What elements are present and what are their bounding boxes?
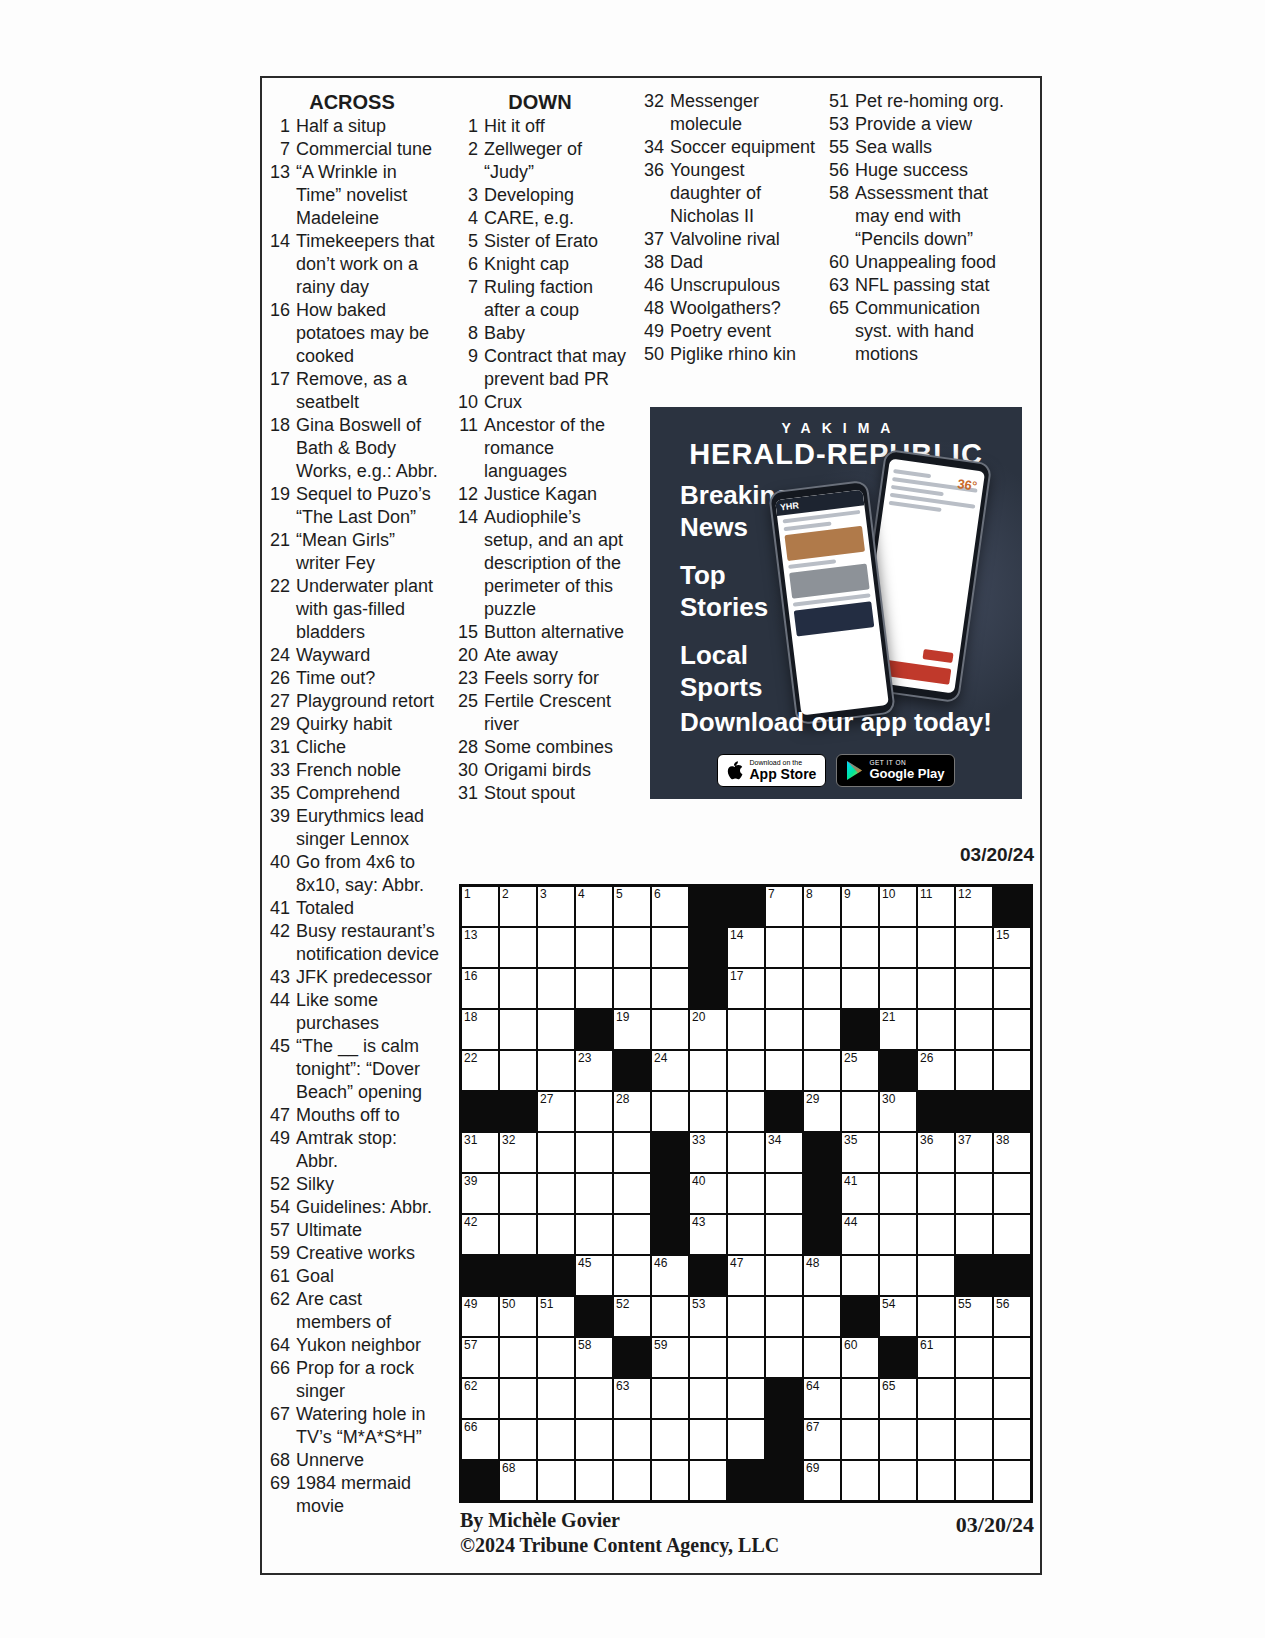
grid-cell-r15c2[interactable]: 68 xyxy=(500,1461,536,1500)
cell-number: 4 xyxy=(578,887,585,901)
cell-number: 69 xyxy=(806,1461,819,1475)
clue-across-31: 31Cliche xyxy=(264,736,440,759)
grid-cell-r6c4[interactable] xyxy=(576,1092,612,1131)
down-clues-column-1: DOWN 1Hit it off2Zellweger of “Judy”3Dev… xyxy=(452,90,628,805)
grid-cell-r11c10[interactable] xyxy=(804,1297,840,1336)
grid-cell-r8c4[interactable] xyxy=(576,1174,612,1213)
grid-cell-r11c8[interactable] xyxy=(728,1297,764,1336)
grid-cell-r5c14[interactable] xyxy=(956,1051,992,1090)
grid-cell-r5c10[interactable] xyxy=(804,1051,840,1090)
grid-cell-r11c11 xyxy=(842,1297,878,1336)
grid-cell-r2c5[interactable] xyxy=(614,928,650,967)
cell-number: 23 xyxy=(578,1051,591,1065)
grid-cell-r9c13[interactable] xyxy=(918,1215,954,1254)
grid-cell-r11c12[interactable]: 54 xyxy=(880,1297,916,1336)
grid-cell-r9c3[interactable] xyxy=(538,1215,574,1254)
clue-number: 1 xyxy=(452,115,478,138)
grid-cell-r12c3[interactable] xyxy=(538,1338,574,1377)
grid-cell-r2c11[interactable] xyxy=(842,928,878,967)
cell-number: 31 xyxy=(464,1133,477,1147)
clue-number: 24 xyxy=(264,644,290,667)
grid-cell-r13c3[interactable] xyxy=(538,1379,574,1418)
clue-across-41: 41Totaled xyxy=(264,897,440,920)
cell-number: 1 xyxy=(464,887,471,901)
grid-cell-r9c1[interactable]: 42 xyxy=(462,1215,498,1254)
grid-cell-r7c9[interactable]: 34 xyxy=(766,1133,802,1172)
cell-number: 27 xyxy=(540,1092,553,1106)
grid-cell-r5c3[interactable] xyxy=(538,1051,574,1090)
clue-number: 16 xyxy=(264,299,290,322)
cell-number: 68 xyxy=(502,1461,515,1475)
cell-number: 29 xyxy=(806,1092,819,1106)
grid-cell-r12c1[interactable]: 57 xyxy=(462,1338,498,1377)
clue-number: 51 xyxy=(823,90,849,113)
grid-cell-r4c12[interactable]: 21 xyxy=(880,1010,916,1049)
grid-cell-r10c10[interactable]: 48 xyxy=(804,1256,840,1295)
grid-cell-r4c8[interactable] xyxy=(728,1010,764,1049)
grid-cell-r2c7 xyxy=(690,928,726,967)
clue-number: 29 xyxy=(264,713,290,736)
grid-cell-r15c6[interactable] xyxy=(652,1461,688,1500)
grid-cell-r15c14[interactable] xyxy=(956,1461,992,1500)
grid-cell-r14c4[interactable] xyxy=(576,1420,612,1459)
clue-across-35: 35Comprehend xyxy=(264,782,440,805)
grid-cell-r10c6[interactable]: 46 xyxy=(652,1256,688,1295)
grid-cell-r11c4 xyxy=(576,1297,612,1336)
google-play-label: Google Play xyxy=(869,767,944,781)
clue-down-37: 37Valvoline rival xyxy=(638,228,818,251)
cell-number: 15 xyxy=(996,928,1009,942)
grid-cell-r11c3[interactable]: 51 xyxy=(538,1297,574,1336)
clue-across-39: 39Eurythmics lead singer Lennox xyxy=(264,805,440,851)
grid-cell-r6c7[interactable] xyxy=(690,1092,726,1131)
grid-cell-r14c7[interactable] xyxy=(690,1420,726,1459)
grid-cell-r6c6[interactable] xyxy=(652,1092,688,1131)
grid-cell-r10c8[interactable]: 47 xyxy=(728,1256,764,1295)
grid-cell-r8c1[interactable]: 39 xyxy=(462,1174,498,1213)
grid-cell-r13c12[interactable]: 65 xyxy=(880,1379,916,1418)
grid-cell-r14c13[interactable] xyxy=(918,1420,954,1459)
clue-across-7: 7Commercial tune xyxy=(264,138,440,161)
grid-cell-r2c14[interactable] xyxy=(956,928,992,967)
cell-number: 44 xyxy=(844,1215,857,1229)
grid-cell-r3c11[interactable] xyxy=(842,969,878,1008)
grid-cell-r1c2[interactable]: 2 xyxy=(500,887,536,926)
grid-cell-r14c3[interactable] xyxy=(538,1420,574,1459)
grid-cell-r15c15[interactable] xyxy=(994,1461,1030,1500)
clue-number: 25 xyxy=(452,690,478,713)
grid-cell-r7c2[interactable]: 32 xyxy=(500,1133,536,1172)
grid-cell-r11c6[interactable] xyxy=(652,1297,688,1336)
grid-cell-r12c4[interactable]: 58 xyxy=(576,1338,612,1377)
cell-number: 26 xyxy=(920,1051,933,1065)
grid-cell-r14c8[interactable] xyxy=(728,1420,764,1459)
grid-cell-r12c13[interactable]: 61 xyxy=(918,1338,954,1377)
clue-number: 68 xyxy=(264,1449,290,1472)
grid-cell-r5c15[interactable] xyxy=(994,1051,1030,1090)
grid-cell-r4c2[interactable] xyxy=(500,1010,536,1049)
grid-cell-r7c8[interactable] xyxy=(728,1133,764,1172)
grid-cell-r4c7[interactable]: 20 xyxy=(690,1010,726,1049)
grid-cell-r11c2[interactable]: 50 xyxy=(500,1297,536,1336)
grid-cell-r4c3[interactable] xyxy=(538,1010,574,1049)
grid-cell-r14c11[interactable] xyxy=(842,1420,878,1459)
grid-cell-r3c9[interactable] xyxy=(766,969,802,1008)
grid-cell-r8c6 xyxy=(652,1174,688,1213)
clue-number: 46 xyxy=(638,274,664,297)
grid-cell-r10c9[interactable] xyxy=(766,1256,802,1295)
grid-cell-r13c8[interactable] xyxy=(728,1379,764,1418)
grid-cell-r1c3[interactable]: 3 xyxy=(538,887,574,926)
cell-number: 64 xyxy=(806,1379,819,1393)
grid-cell-r4c6[interactable] xyxy=(652,1010,688,1049)
grid-cell-r4c14[interactable] xyxy=(956,1010,992,1049)
grid-cell-r5c7[interactable] xyxy=(690,1051,726,1090)
clue-across-17: 17Remove, as a seatbelt xyxy=(264,368,440,414)
grid-cell-r1c14[interactable]: 12 xyxy=(956,887,992,926)
app-store-badge[interactable]: Download on the App Store xyxy=(717,754,826,787)
grid-cell-r8c12[interactable] xyxy=(880,1174,916,1213)
grid-cell-r8c3[interactable] xyxy=(538,1174,574,1213)
clue-number: 63 xyxy=(823,274,849,297)
clue-number: 39 xyxy=(264,805,290,828)
grid-cell-r3c8[interactable]: 17 xyxy=(728,969,764,1008)
grid-cell-r7c15[interactable]: 38 xyxy=(994,1133,1030,1172)
grid-cell-r12c11[interactable]: 60 xyxy=(842,1338,878,1377)
grid-cell-r5c13[interactable]: 26 xyxy=(918,1051,954,1090)
grid-cell-r12c2[interactable] xyxy=(500,1338,536,1377)
grid-cell-r1c13[interactable]: 11 xyxy=(918,887,954,926)
grid-cell-r10c12[interactable] xyxy=(880,1256,916,1295)
grid-cell-r8c13[interactable] xyxy=(918,1174,954,1213)
clue-number: 45 xyxy=(264,1035,290,1058)
grid-cell-r7c4[interactable] xyxy=(576,1133,612,1172)
clue-across-1: 1Half a situp xyxy=(264,115,440,138)
grid-cell-r7c14[interactable]: 37 xyxy=(956,1133,992,1172)
cell-number: 28 xyxy=(616,1092,629,1106)
cell-number: 38 xyxy=(996,1133,1009,1147)
grid-cell-r10c2 xyxy=(500,1256,536,1295)
grid-cell-r1c10[interactable]: 8 xyxy=(804,887,840,926)
clue-down-38: 38Dad xyxy=(638,251,818,274)
across-clues-column: ACROSS 1Half a situp7Commercial tune13“A… xyxy=(264,90,440,1518)
clue-across-66: 66Prop for a rock singer xyxy=(264,1357,440,1403)
grid-cell-r12c15[interactable] xyxy=(994,1338,1030,1377)
grid-cell-r1c6[interactable]: 6 xyxy=(652,887,688,926)
clue-down-36: 36Youngest daughter of Nicholas II xyxy=(638,159,818,228)
cell-number: 22 xyxy=(464,1051,477,1065)
grid-cell-r12c14[interactable] xyxy=(956,1338,992,1377)
grid-cell-r13c11[interactable] xyxy=(842,1379,878,1418)
clue-across-40: 40Go from 4x6 to 8x10, say: Abbr. xyxy=(264,851,440,897)
grid-cell-r1c1[interactable]: 1 xyxy=(462,887,498,926)
grid-cell-r2c8[interactable]: 14 xyxy=(728,928,764,967)
grid-cell-r13c2[interactable] xyxy=(500,1379,536,1418)
grid-cell-r14c15[interactable] xyxy=(994,1420,1030,1459)
google-play-badge[interactable]: GET IT ON Google Play xyxy=(836,754,954,787)
grid-cell-r9c9[interactable] xyxy=(766,1215,802,1254)
grid-cell-r11c9[interactable] xyxy=(766,1297,802,1336)
grid-cell-r13c13[interactable] xyxy=(918,1379,954,1418)
grid-cell-r9c12[interactable] xyxy=(880,1215,916,1254)
cell-number: 57 xyxy=(464,1338,477,1352)
grid-cell-r1c12[interactable]: 10 xyxy=(880,887,916,926)
grid-cell-r8c14[interactable] xyxy=(956,1174,992,1213)
grid-cell-r6c12[interactable]: 30 xyxy=(880,1092,916,1131)
grid-cell-r6c10[interactable]: 29 xyxy=(804,1092,840,1131)
grid-cell-r2c9[interactable] xyxy=(766,928,802,967)
grid-cell-r5c8[interactable] xyxy=(728,1051,764,1090)
grid-cell-r1c15 xyxy=(994,887,1030,926)
grid-cell-r3c3[interactable] xyxy=(538,969,574,1008)
grid-cell-r8c2[interactable] xyxy=(500,1174,536,1213)
clue-number: 7 xyxy=(264,138,290,161)
cell-number: 6 xyxy=(654,887,661,901)
grid-cell-r6c14 xyxy=(956,1092,992,1131)
grid-cell-r6c11[interactable] xyxy=(842,1092,878,1131)
clue-across-29: 29Quirky habit xyxy=(264,713,440,736)
grid-cell-r4c10[interactable] xyxy=(804,1010,840,1049)
grid-cell-r12c7[interactable] xyxy=(690,1338,726,1377)
cell-number: 39 xyxy=(464,1174,477,1188)
clue-down-28: 28Some combines xyxy=(452,736,628,759)
clue-down-32: 32Messenger molecule xyxy=(638,90,818,136)
grid-cell-r5c4[interactable]: 23 xyxy=(576,1051,612,1090)
credits: By Michèle Govier ©2024 Tribune Content … xyxy=(460,1508,779,1558)
grid-cell-r6c5[interactable]: 28 xyxy=(614,1092,650,1131)
news-photo xyxy=(784,526,865,561)
cell-number: 16 xyxy=(464,969,477,983)
clue-down-46: 46Unscrupulous xyxy=(638,274,818,297)
clue-across-52: 52Silky xyxy=(264,1173,440,1196)
grid-cell-r15c4[interactable] xyxy=(576,1461,612,1500)
grid-cell-r8c9[interactable] xyxy=(766,1174,802,1213)
grid-cell-r13c14[interactable] xyxy=(956,1379,992,1418)
grid-cell-r11c15[interactable]: 56 xyxy=(994,1297,1030,1336)
cell-number: 65 xyxy=(882,1379,895,1393)
grid-cell-r13c4[interactable] xyxy=(576,1379,612,1418)
cell-number: 61 xyxy=(920,1338,933,1352)
grid-cell-r8c15[interactable] xyxy=(994,1174,1030,1213)
grid-cell-r2c3[interactable] xyxy=(538,928,574,967)
clue-down-10: 10Crux xyxy=(452,391,628,414)
grid-cell-r7c10 xyxy=(804,1133,840,1172)
grid-cell-r14c9 xyxy=(766,1420,802,1459)
clue-down-23: 23Feels sorry for xyxy=(452,667,628,690)
clue-number: 49 xyxy=(264,1127,290,1150)
grid-cell-r10c5[interactable] xyxy=(614,1256,650,1295)
clue-down-6: 6Knight cap xyxy=(452,253,628,276)
clue-number: 59 xyxy=(264,1242,290,1265)
grid-cell-r14c10[interactable]: 67 xyxy=(804,1420,840,1459)
grid-cell-r15c5[interactable] xyxy=(614,1461,650,1500)
down-clue-list-2: 32Messenger molecule34Soccer equipment36… xyxy=(638,90,818,366)
grid-cell-r1c11[interactable]: 9 xyxy=(842,887,878,926)
grid-cell-r14c5[interactable] xyxy=(614,1420,650,1459)
grid-cell-r15c7[interactable] xyxy=(690,1461,726,1500)
grid-cell-r14c2[interactable] xyxy=(500,1420,536,1459)
grid-cell-r2c15[interactable]: 15 xyxy=(994,928,1030,967)
grid-cell-r3c7 xyxy=(690,969,726,1008)
cell-number: 45 xyxy=(578,1256,591,1270)
cell-number: 66 xyxy=(464,1420,477,1434)
clue-number: 31 xyxy=(452,782,478,805)
grid-cell-r9c14[interactable] xyxy=(956,1215,992,1254)
grid-cell-r12c9[interactable] xyxy=(766,1338,802,1377)
clue-number: 19 xyxy=(264,483,290,506)
grid-cell-r13c10[interactable]: 64 xyxy=(804,1379,840,1418)
author-byline: By Michèle Govier xyxy=(460,1508,779,1533)
grid-cell-r15c13[interactable] xyxy=(918,1461,954,1500)
grid-cell-r4c15[interactable] xyxy=(994,1010,1030,1049)
grid-cell-r3c14[interactable] xyxy=(956,969,992,1008)
grid-cell-r8c7[interactable]: 40 xyxy=(690,1174,726,1213)
grid-cell-r11c14[interactable]: 55 xyxy=(956,1297,992,1336)
grid-cell-r12c8[interactable] xyxy=(728,1338,764,1377)
grid-cell-r13c15[interactable] xyxy=(994,1379,1030,1418)
grid-cell-r11c13[interactable] xyxy=(918,1297,954,1336)
clue-number: 69 xyxy=(264,1472,290,1495)
grid-cell-r7c7[interactable]: 33 xyxy=(690,1133,726,1172)
grid-cell-r8c8[interactable] xyxy=(728,1174,764,1213)
grid-cell-r3c5[interactable] xyxy=(614,969,650,1008)
grid-cell-r14c14[interactable] xyxy=(956,1420,992,1459)
grid-cell-r2c13[interactable] xyxy=(918,928,954,967)
grid-cell-r5c11[interactable]: 25 xyxy=(842,1051,878,1090)
grid-cell-r15c3[interactable] xyxy=(538,1461,574,1500)
grid-cell-r10c11[interactable] xyxy=(842,1256,878,1295)
clue-number: 40 xyxy=(264,851,290,874)
clue-across-21: 21“Mean Girls” writer Fey xyxy=(264,529,440,575)
grid-cell-r9c6 xyxy=(652,1215,688,1254)
grid-cell-r11c7[interactable]: 53 xyxy=(690,1297,726,1336)
grid-cell-r2c1[interactable]: 13 xyxy=(462,928,498,967)
grid-cell-r6c8[interactable] xyxy=(728,1092,764,1131)
cell-number: 49 xyxy=(464,1297,477,1311)
grid-cell-r15c12[interactable] xyxy=(880,1461,916,1500)
grid-cell-r1c9[interactable]: 7 xyxy=(766,887,802,926)
clue-across-19: 19Sequel to Puzo’s “The Last Don” xyxy=(264,483,440,529)
grid-cell-r8c11[interactable]: 41 xyxy=(842,1174,878,1213)
clue-down-1: 1Hit it off xyxy=(452,115,628,138)
clue-number: 7 xyxy=(452,276,478,299)
clue-down-5: 5Sister of Erato xyxy=(452,230,628,253)
grid-cell-r9c11[interactable]: 44 xyxy=(842,1215,878,1254)
grid-cell-r4c5[interactable]: 19 xyxy=(614,1010,650,1049)
grid-cell-r14c6[interactable] xyxy=(652,1420,688,1459)
grid-cell-r4c13[interactable] xyxy=(918,1010,954,1049)
grid-cell-r15c11[interactable] xyxy=(842,1461,878,1500)
across-header: ACROSS xyxy=(264,90,440,114)
grid-cell-r7c13[interactable]: 36 xyxy=(918,1133,954,1172)
grid-cell-r7c1[interactable]: 31 xyxy=(462,1133,498,1172)
grid-cell-r7c3[interactable] xyxy=(538,1133,574,1172)
cell-number: 47 xyxy=(730,1256,743,1270)
grid-cell-r3c10[interactable] xyxy=(804,969,840,1008)
grid-cell-r13c6[interactable] xyxy=(652,1379,688,1418)
grid-cell-r4c9[interactable] xyxy=(766,1010,802,1049)
grid-cell-r3c12[interactable] xyxy=(880,969,916,1008)
clue-across-45: 45“The __ is calm tonight”: “Dover Beach… xyxy=(264,1035,440,1104)
clue-number: 57 xyxy=(264,1219,290,1242)
grid-cell-r15c10[interactable]: 69 xyxy=(804,1461,840,1500)
grid-cell-r5c2[interactable] xyxy=(500,1051,536,1090)
grid-cell-r2c2[interactable] xyxy=(500,928,536,967)
clue-number: 30 xyxy=(452,759,478,782)
grid-cell-r14c1[interactable]: 66 xyxy=(462,1420,498,1459)
cell-number: 13 xyxy=(464,928,477,942)
grid-cell-r2c10[interactable] xyxy=(804,928,840,967)
grid-cell-r9c4[interactable] xyxy=(576,1215,612,1254)
grid-cell-r7c6 xyxy=(652,1133,688,1172)
grid-cell-r10c4[interactable]: 45 xyxy=(576,1256,612,1295)
clue-number: 53 xyxy=(823,113,849,136)
grid-cell-r1c5[interactable]: 5 xyxy=(614,887,650,926)
grid-cell-r2c12[interactable] xyxy=(880,928,916,967)
clue-number: 20 xyxy=(452,644,478,667)
clue-number: 6 xyxy=(452,253,478,276)
grid-cell-r9c15[interactable] xyxy=(994,1215,1030,1254)
clue-across-44: 44Like some purchases xyxy=(264,989,440,1035)
cell-number: 34 xyxy=(768,1133,781,1147)
grid-cell-r2c6[interactable] xyxy=(652,928,688,967)
grid-cell-r12c6[interactable]: 59 xyxy=(652,1338,688,1377)
grid-cell-r9c8[interactable] xyxy=(728,1215,764,1254)
grid-cell-r3c15[interactable] xyxy=(994,969,1030,1008)
grid-cell-r7c5[interactable] xyxy=(614,1133,650,1172)
grid-cell-r14c12[interactable] xyxy=(880,1420,916,1459)
clue-across-14: 14Timekeepers that don’t work on a rainy… xyxy=(264,230,440,299)
grid-cell-r5c1[interactable]: 22 xyxy=(462,1051,498,1090)
grid-cell-r3c4[interactable] xyxy=(576,969,612,1008)
grid-cell-r9c5[interactable] xyxy=(614,1215,650,1254)
grid-cell-r7c12[interactable] xyxy=(880,1133,916,1172)
clue-across-67: 67Watering hole in TV’s “M*A*S*H” xyxy=(264,1403,440,1449)
grid-cell-r13c7[interactable] xyxy=(690,1379,726,1418)
grid-cell-r13c1[interactable]: 62 xyxy=(462,1379,498,1418)
clue-across-57: 57Ultimate xyxy=(264,1219,440,1242)
cell-number: 46 xyxy=(654,1256,667,1270)
grid-cell-r3c1[interactable]: 16 xyxy=(462,969,498,1008)
grid-cell-r9c7[interactable]: 43 xyxy=(690,1215,726,1254)
grid-cell-r13c5[interactable]: 63 xyxy=(614,1379,650,1418)
grid-cell-r5c9[interactable] xyxy=(766,1051,802,1090)
clue-number: 64 xyxy=(264,1334,290,1357)
cell-number: 5 xyxy=(616,887,623,901)
clue-number: 28 xyxy=(452,736,478,759)
grid-cell-r4c1[interactable]: 18 xyxy=(462,1010,498,1049)
grid-cell-r11c5[interactable]: 52 xyxy=(614,1297,650,1336)
grid-cell-r8c5[interactable] xyxy=(614,1174,650,1213)
grid-cell-r2c4[interactable] xyxy=(576,928,612,967)
grid-cell-r3c13[interactable] xyxy=(918,969,954,1008)
grid-cell-r3c2[interactable] xyxy=(500,969,536,1008)
clue-number: 14 xyxy=(452,506,478,529)
clue-across-49: 49Amtrak stop: Abbr. xyxy=(264,1127,440,1173)
grid-cell-r7c11[interactable]: 35 xyxy=(842,1133,878,1172)
grid-cell-r10c13[interactable] xyxy=(918,1256,954,1295)
cell-number: 18 xyxy=(464,1010,477,1024)
grid-cell-r5c6[interactable]: 24 xyxy=(652,1051,688,1090)
grid-cell-r1c4[interactable]: 4 xyxy=(576,887,612,926)
grid-cell-r12c10[interactable] xyxy=(804,1338,840,1377)
grid-cell-r6c3[interactable]: 27 xyxy=(538,1092,574,1131)
cell-number: 54 xyxy=(882,1297,895,1311)
grid-cell-r3c6[interactable] xyxy=(652,969,688,1008)
clue-number: 42 xyxy=(264,920,290,943)
grid-cell-r11c1[interactable]: 49 xyxy=(462,1297,498,1336)
grid-cell-r9c2[interactable] xyxy=(500,1215,536,1254)
